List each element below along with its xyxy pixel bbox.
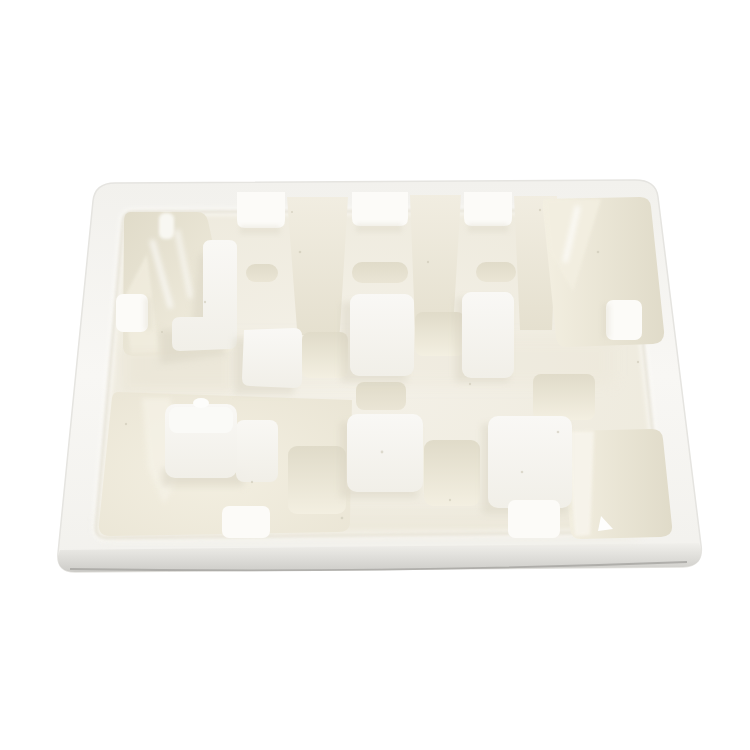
rim-tab-shadow (468, 224, 508, 232)
pulp-tab (193, 398, 209, 408)
center-block (462, 292, 514, 378)
step-block (242, 328, 302, 388)
rim-tab-shadow (356, 224, 402, 232)
lower-pocket (424, 440, 480, 506)
rim-tab (352, 192, 408, 226)
rim-notch-bump (116, 294, 148, 332)
pill-pocket (476, 262, 516, 282)
center-pocket-small (356, 382, 406, 410)
pill-pocket (352, 262, 408, 283)
rim-notch-bump (606, 300, 642, 340)
pulp-tab (159, 213, 174, 239)
rim-notch-shadow (602, 304, 610, 338)
center-block (350, 294, 414, 376)
center-pocket (533, 374, 595, 420)
cube-step-block (236, 420, 278, 482)
pill-pocket (246, 264, 278, 282)
top-channel-1 (287, 197, 348, 335)
rim-tab (237, 192, 285, 228)
rim-notch-bump (222, 506, 270, 538)
rim-notch-bump (508, 500, 560, 538)
lower-block (488, 416, 572, 508)
lower-pocket (288, 446, 346, 514)
pulp-tray-illustration (0, 0, 750, 750)
rim-tab-shadow (240, 226, 280, 234)
rim-tab (464, 192, 512, 226)
cube-block-top-face (169, 407, 233, 433)
rim-notch-shadow (144, 298, 152, 330)
lower-block (347, 414, 423, 492)
product-photo (0, 0, 750, 750)
